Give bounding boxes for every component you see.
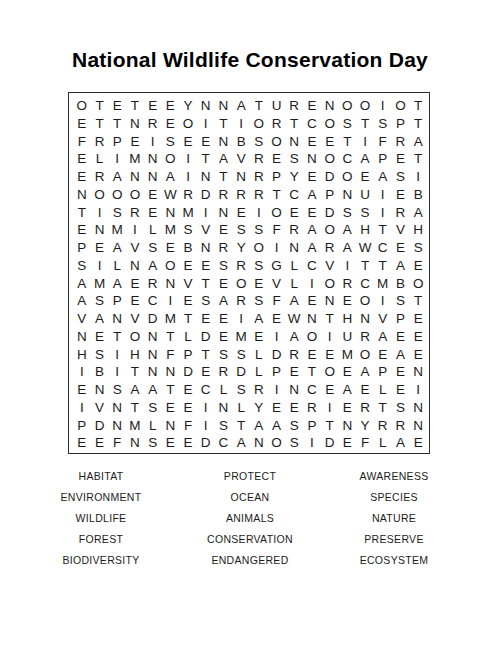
grid-cell: O [303,328,321,346]
grid-cell: I [409,168,427,186]
grid-cell: A [126,381,144,399]
word-list-item: PRESERVE [314,529,474,550]
grid-cell: R [392,133,410,151]
grid-cell: V [374,310,392,328]
grid-cell: L [374,381,392,399]
grid-cell: R [285,346,303,364]
grid-cell: N [73,328,91,346]
grid-cell: E [409,328,427,346]
grid-cell: O [268,434,286,452]
grid-cell: I [250,204,268,222]
grid-cell: I [179,168,197,186]
grid-cell: A [303,239,321,257]
grid-cell: U [356,186,374,204]
grid-cell: E [162,239,180,257]
grid-cell: E [321,346,339,364]
grid-cell: L [250,363,268,381]
grid-cell: E [179,133,197,151]
grid-cell: R [126,204,144,222]
grid-cell: I [197,417,215,435]
grid-cell: R [392,417,410,435]
grid-cell: I [91,257,109,275]
grid-cell: R [250,168,268,186]
word-list-column-3: AWARENESSSPECIESNATUREPRESERVEECOSYSTEM [314,466,474,571]
grid-cell: E [339,292,357,310]
grid-cell: N [303,310,321,328]
grid-cell: A [73,275,91,293]
grid-cell: E [285,204,303,222]
grid-cell: N [197,239,215,257]
grid-cell: N [144,150,162,168]
grid-cell: T [91,97,109,115]
grid-cell: E [356,381,374,399]
grid-cell: E [303,133,321,151]
grid-cell: S [250,292,268,310]
grid-cell: A [303,221,321,239]
grid-cell: E [73,221,91,239]
grid-cell: R [356,399,374,417]
grid-cell: E [197,133,215,151]
grid-cell: E [232,204,250,222]
grid-cell: E [73,381,91,399]
grid-cell: E [392,186,410,204]
grid-cell: V [126,310,144,328]
grid-cell: G [268,257,286,275]
grid-cell: T [250,97,268,115]
grid-cell: T [374,257,392,275]
grid-cell: N [162,363,180,381]
grid-cell: N [126,257,144,275]
grid-cell: A [108,168,126,186]
grid-cell: A [285,328,303,346]
grid-cell: E [108,97,126,115]
grid-cell: O [232,275,250,293]
grid-cell: E [303,292,321,310]
grid-cell: N [126,115,144,133]
grid-cell: H [339,310,357,328]
grid-cell: F [268,221,286,239]
grid-cell: I [197,115,215,133]
grid-cell: S [91,346,109,364]
grid-cell: C [215,434,233,452]
grid-cell: S [409,239,427,257]
grid-cell: R [144,115,162,133]
grid-cell: M [162,310,180,328]
grid-cell: N [144,346,162,364]
word-list-item: BIODIVERSITY [21,550,181,571]
grid-cell: T [321,310,339,328]
grid-cell: O [409,275,427,293]
grid-cell: A [285,292,303,310]
grid-cell: T [374,399,392,417]
grid-cell: S [392,168,410,186]
grid-cell: A [374,168,392,186]
grid-cell: N [162,417,180,435]
grid-cell: O [339,97,357,115]
grid-cell: T [215,115,233,133]
grid-cell: R [91,133,109,151]
grid-cell: A [374,328,392,346]
grid-cell: D [197,434,215,452]
grid-cell: A [144,381,162,399]
grid-cell: E [162,399,180,417]
grid-cell: E [268,399,286,417]
grid-cell: M [162,221,180,239]
grid-cell: E [73,150,91,168]
grid-cell: E [197,257,215,275]
grid-cell: R [285,221,303,239]
grid-cell: I [108,150,126,168]
grid-cell: U [339,328,357,346]
grid-cell: P [179,346,197,364]
grid-cell: I [303,434,321,452]
grid-cell: A [108,275,126,293]
grid-cell: N [321,292,339,310]
grid-cell: A [339,221,357,239]
grid-cell: S [374,115,392,133]
grid-cell: N [197,97,215,115]
grid-cell: E [339,434,357,452]
grid-cell: S [339,115,357,133]
grid-cell: A [73,292,91,310]
grid-cell: S [108,381,126,399]
grid-cell: W [162,186,180,204]
grid-cell: T [409,150,427,168]
grid-cell: S [215,346,233,364]
grid-cell: D [91,417,109,435]
grid-cell: N [409,417,427,435]
grid-cell: Y [250,399,268,417]
grid-cell: M [374,275,392,293]
grid-cell: I [197,399,215,417]
grid-cell: V [321,257,339,275]
grid-cell: O [268,204,286,222]
grid-cell: S [392,399,410,417]
grid-cell: E [126,133,144,151]
grid-cell: S [144,239,162,257]
grid-cell: E [392,363,410,381]
grid-cell: S [162,133,180,151]
grid-cell: O [250,115,268,133]
grid-cell: L [179,328,197,346]
grid-cell: T [162,328,180,346]
grid-cell: E [179,399,197,417]
grid-cell: I [268,239,286,257]
grid-cell: O [321,150,339,168]
grid-cell: S [232,221,250,239]
word-list-item: WILDLIFE [21,508,181,529]
grid-cell: E [392,381,410,399]
grid-cell: A [162,168,180,186]
grid-cell: N [339,417,357,435]
grid-cell: R [232,257,250,275]
word-list-item: ENVIRONMENT [21,487,181,508]
grid-cell: N [108,417,126,435]
puzzle-title: National Wildlife Conservation Day [0,48,500,72]
grid-cell: S [285,150,303,168]
grid-cell: F [73,133,91,151]
grid-cell: F [162,346,180,364]
grid-cell: R [321,239,339,257]
grid-cell: Y [285,168,303,186]
grid-cell: N [108,310,126,328]
grid-cell: P [108,133,126,151]
grid-cell: O [356,97,374,115]
grid-cell: I [232,310,250,328]
grid-cell: P [303,417,321,435]
grid-cell: O [162,257,180,275]
grid-cell: N [126,434,144,452]
word-list-column-2: PROTECTOCEANANIMALSCONSERVATIONENDANGERE… [170,466,330,571]
grid-cell: L [144,221,162,239]
grid-cell: I [73,399,91,417]
grid-cell: R [285,97,303,115]
grid-cell: T [197,275,215,293]
grid-cell: E [179,292,197,310]
grid-cell: L [285,275,303,293]
grid-cell: N [215,204,233,222]
grid-cell: E [144,97,162,115]
grid-cell: E [126,292,144,310]
grid-cell: P [392,310,410,328]
grid-cell: N [197,168,215,186]
grid-cell: S [91,292,109,310]
grid-cell: S [73,257,91,275]
grid-cell: D [321,434,339,452]
grid-cell: I [374,204,392,222]
grid-cell: E [179,381,197,399]
grid-cell: R [250,186,268,204]
grid-cell: F [374,133,392,151]
word-list-item: ECOSYSTEM [314,550,474,571]
grid-cell: C [197,381,215,399]
grid-cell: E [197,363,215,381]
grid-cell: T [374,221,392,239]
grid-cell: D [179,363,197,381]
grid-cell: R [356,328,374,346]
grid-cell: E [374,346,392,364]
grid-cell: L [108,257,126,275]
grid-cell: S [215,417,233,435]
grid-cell: N [91,381,109,399]
grid-cell: D [321,168,339,186]
grid-cell: O [179,115,197,133]
grid-cell: I [108,346,126,364]
grid-cell: O [321,221,339,239]
grid-cell: S [339,204,357,222]
grid-cell: E [179,434,197,452]
grid-cell: O [321,115,339,133]
grid-cell: F [108,434,126,452]
grid-cell: R [91,168,109,186]
grid-cell: I [91,204,109,222]
grid-cell: E [73,168,91,186]
grid-cell: S [356,204,374,222]
grid-cell: N [250,434,268,452]
grid-cell: S [250,221,268,239]
grid-cell: M [232,328,250,346]
grid-cell: E [409,310,427,328]
grid-cell: E [179,257,197,275]
grid-cell: A [356,363,374,381]
grid-cell: S [144,399,162,417]
grid-cell: I [374,186,392,204]
grid-cell: E [303,204,321,222]
grid-cell: L [285,257,303,275]
grid-cell: N [285,381,303,399]
grid-cell: I [126,221,144,239]
grid-cell: I [162,292,180,310]
grid-cell: O [73,97,91,115]
grid-cell: T [197,150,215,168]
word-list-item: ANIMALS [170,508,330,529]
grid-cell: T [409,97,427,115]
grid-cell: I [144,133,162,151]
grid-cell: E [162,115,180,133]
word-list-item: ENDANGERED [170,550,330,571]
grid-cell: L [250,346,268,364]
grid-cell: T [215,168,233,186]
grid-cell: O [321,275,339,293]
grid-cell: T [126,97,144,115]
grid-cell: S [392,292,410,310]
grid-cell: N [356,310,374,328]
grid-cell: F [179,417,197,435]
grid-cell: D [268,346,286,364]
grid-cell: H [73,346,91,364]
grid-cell: O [126,328,144,346]
grid-cell: R [179,186,197,204]
grid-cell: V [179,275,197,293]
grid-cell: R [250,381,268,399]
word-list: HABITATENVIRONMENTWILDLIFEFORESTBIODIVER… [0,466,500,578]
word-list-item: NATURE [314,508,474,529]
grid-cell: T [409,115,427,133]
grid-cell: E [215,310,233,328]
grid-cell: A [250,417,268,435]
grid-cell: N [162,204,180,222]
grid-cell: E [91,434,109,452]
grid-cell: A [232,434,250,452]
grid-cell: B [179,239,197,257]
grid-cell: F [268,292,286,310]
grid-cell: T [126,363,144,381]
grid-cell: C [303,115,321,133]
grid-cell: P [268,168,286,186]
grid-cell: B [392,275,410,293]
grid-cell: T [339,133,357,151]
grid-cell: E [91,239,109,257]
grid-cell: E [197,310,215,328]
grid-cell: M [339,346,357,364]
grid-cell: A [215,150,233,168]
grid-cell: V [232,150,250,168]
grid-cell: R [232,292,250,310]
grid-cell: N [321,97,339,115]
grid-cell: N [285,239,303,257]
grid-cell: A [392,434,410,452]
grid-cell: T [285,115,303,133]
grid-cell: E [250,328,268,346]
grid-cell: R [250,150,268,168]
grid-cell: M [108,221,126,239]
word-list-item: SPECIES [314,487,474,508]
grid-cell: V [91,399,109,417]
grid-cell: I [356,133,374,151]
grid-cell: E [126,275,144,293]
grid-cell: E [250,275,268,293]
grid-cell: P [374,363,392,381]
grid-cell: S [232,346,250,364]
grid-cell: A [356,150,374,168]
grid-cell: E [392,150,410,168]
grid-cell: T [409,292,427,310]
grid-cell: N [232,168,250,186]
grid-cell: O [126,186,144,204]
grid-cell: A [250,310,268,328]
grid-cell: C [144,292,162,310]
grid-cell: L [232,399,250,417]
grid-cell: M [126,150,144,168]
grid-cell: N [144,363,162,381]
grid-cell: C [303,257,321,275]
grid-cell: M [179,204,197,222]
grid-cell: E [73,115,91,133]
grid-cell: V [73,310,91,328]
grid-cell: E [392,328,410,346]
grid-cell: W [356,239,374,257]
grid-cell: R [268,115,286,133]
grid-cell: P [374,150,392,168]
grid-cell: A [303,186,321,204]
grid-cell: E [303,346,321,364]
grid-cell: A [215,292,233,310]
grid-cell: D [197,186,215,204]
grid-cell: R [339,275,357,293]
grid-cell: C [356,275,374,293]
grid-cell: N [303,150,321,168]
grid-cell: T [73,204,91,222]
grid-cell: A [268,417,286,435]
grid-cell: N [144,328,162,346]
grid-cell: M [91,275,109,293]
grid-cell: R [215,239,233,257]
grid-cell: A [339,239,357,257]
grid-cell: E [409,257,427,275]
grid-cell: N [108,399,126,417]
grid-cell: O [356,346,374,364]
grid-cell: S [215,257,233,275]
grid-cell: O [392,97,410,115]
grid-cell: S [232,381,250,399]
grid-cell: D [232,363,250,381]
grid-cell: T [108,115,126,133]
grid-cell: N [339,186,357,204]
grid-cell: A [392,257,410,275]
grid-cell: S [144,434,162,452]
grid-cell: S [285,434,303,452]
grid-cell: I [409,381,427,399]
word-list-item: CONSERVATION [170,529,330,550]
grid-cell: I [268,381,286,399]
grid-cell: Y [356,417,374,435]
grid-cell: O [339,168,357,186]
grid-cell: E [144,186,162,204]
grid-cell: T [179,310,197,328]
grid-cell: A [144,257,162,275]
grid-cell: T [303,363,321,381]
grid-cell: Y [179,97,197,115]
